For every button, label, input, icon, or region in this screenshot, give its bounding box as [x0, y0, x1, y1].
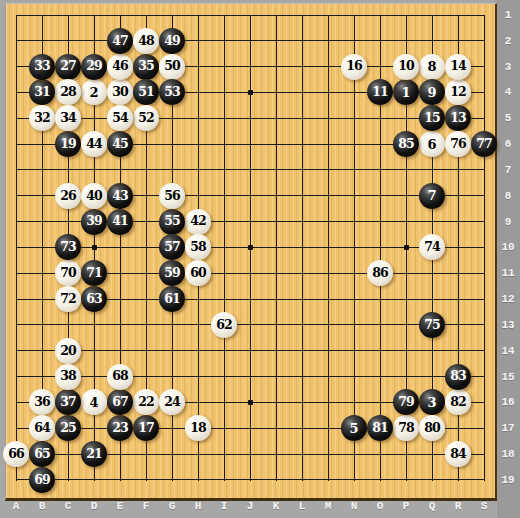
stone-move-68: 68 — [107, 364, 133, 390]
row-label-14: 14 — [497, 346, 519, 357]
move-number: 69 — [34, 474, 49, 487]
row-label-10: 10 — [497, 242, 519, 253]
move-number: 38 — [60, 370, 75, 383]
move-number: 52 — [138, 112, 153, 125]
move-number: 49 — [164, 35, 179, 48]
grid-line-horizontal — [16, 479, 485, 480]
column-label-E: E — [110, 501, 130, 512]
row-label-19: 19 — [497, 475, 519, 486]
row-label-8: 8 — [497, 191, 519, 202]
move-number: 79 — [398, 396, 413, 409]
move-number: 83 — [450, 370, 465, 383]
row-label-18: 18 — [497, 449, 519, 460]
move-number: 3 — [427, 396, 436, 409]
move-number: 24 — [164, 396, 179, 409]
column-label-N: N — [344, 501, 364, 512]
move-number: 10 — [398, 60, 413, 73]
stone-move-47: 47 — [107, 28, 133, 54]
move-number: 23 — [112, 422, 127, 435]
move-number: 28 — [60, 86, 75, 99]
grid-line-vertical — [354, 15, 355, 481]
stone-move-45: 45 — [107, 131, 133, 157]
move-number: 36 — [34, 396, 49, 409]
go-board-diagram: 1234567891011121314151617181920212223242… — [0, 0, 520, 518]
move-number: 50 — [164, 60, 179, 73]
move-number: 47 — [112, 35, 127, 48]
star-point — [248, 245, 253, 250]
grid-line-vertical — [328, 15, 329, 481]
row-label-4: 4 — [497, 87, 519, 98]
move-number: 65 — [34, 448, 49, 461]
move-number: 62 — [216, 319, 231, 332]
grid-line-horizontal — [16, 40, 485, 41]
move-number: 8 — [427, 60, 436, 73]
stone-move-85: 85 — [393, 131, 419, 157]
grid-line-horizontal — [16, 169, 485, 170]
row-label-7: 7 — [497, 165, 519, 176]
move-number: 51 — [138, 86, 153, 99]
row-label-2: 2 — [497, 36, 519, 47]
stone-move-46: 46 — [107, 54, 133, 80]
grid-line-vertical — [16, 15, 17, 481]
move-number: 39 — [86, 215, 101, 228]
row-label-3: 3 — [497, 62, 519, 73]
move-number: 54 — [112, 112, 127, 125]
move-number: 64 — [34, 422, 49, 435]
stone-move-14: 14 — [445, 54, 471, 80]
stone-move-63: 63 — [81, 286, 107, 312]
move-number: 43 — [112, 190, 127, 203]
grid-line-vertical — [484, 15, 485, 481]
grid-line-horizontal — [16, 350, 485, 351]
move-number: 16 — [346, 60, 361, 73]
move-number: 76 — [450, 138, 465, 151]
stone-move-8: 8 — [419, 54, 445, 80]
star-point — [92, 245, 97, 250]
move-number: 35 — [138, 60, 153, 73]
row-label-6: 6 — [497, 139, 519, 150]
move-number: 68 — [112, 370, 127, 383]
move-number: 40 — [86, 190, 101, 203]
move-number: 12 — [450, 86, 465, 99]
stone-move-33: 33 — [29, 54, 55, 80]
move-number: 53 — [164, 86, 179, 99]
column-label-J: J — [240, 501, 260, 512]
move-number: 56 — [164, 190, 179, 203]
move-number: 13 — [450, 112, 465, 125]
move-number: 55 — [164, 215, 179, 228]
stone-move-20: 20 — [55, 338, 81, 364]
move-number: 72 — [60, 293, 75, 306]
move-number: 45 — [112, 138, 127, 151]
stone-move-69: 69 — [29, 467, 55, 493]
stone-move-48: 48 — [133, 28, 159, 54]
stone-move-10: 10 — [393, 54, 419, 80]
stone-move-21: 21 — [81, 441, 107, 467]
move-number: 86 — [372, 267, 387, 280]
stone-move-49: 49 — [159, 28, 185, 54]
move-number: 59 — [164, 267, 179, 280]
row-label-5: 5 — [497, 113, 519, 124]
move-number: 71 — [86, 267, 101, 280]
move-number: 67 — [112, 396, 127, 409]
move-number: 60 — [190, 267, 205, 280]
move-number: 73 — [60, 241, 75, 254]
stone-move-56: 56 — [159, 183, 185, 209]
stone-move-38: 38 — [55, 364, 81, 390]
stone-move-50: 50 — [159, 54, 185, 80]
move-number: 75 — [424, 319, 439, 332]
move-number: 27 — [60, 60, 75, 73]
move-number: 22 — [138, 396, 153, 409]
stone-move-7: 7 — [419, 183, 445, 209]
stone-move-16: 16 — [341, 54, 367, 80]
row-label-11: 11 — [497, 268, 519, 279]
move-number: 31 — [34, 86, 49, 99]
stone-move-77: 77 — [471, 131, 497, 157]
column-label-I: I — [214, 501, 234, 512]
stone-move-44: 44 — [81, 131, 107, 157]
grid-line-vertical — [224, 15, 225, 481]
grid-line-horizontal — [16, 324, 485, 325]
column-label-M: M — [318, 501, 338, 512]
column-label-R: R — [448, 501, 468, 512]
move-number: 2 — [89, 86, 98, 99]
row-label-1: 1 — [497, 10, 519, 21]
column-label-B: B — [32, 501, 52, 512]
stone-move-26: 26 — [55, 183, 81, 209]
stone-move-27: 27 — [55, 54, 81, 80]
column-label-Q: Q — [422, 501, 442, 512]
move-number: 5 — [349, 422, 358, 435]
column-label-C: C — [58, 501, 78, 512]
move-number: 34 — [60, 112, 75, 125]
move-number: 48 — [138, 35, 153, 48]
move-number: 42 — [190, 215, 205, 228]
move-number: 6 — [427, 138, 436, 151]
column-label-H: H — [188, 501, 208, 512]
grid-line-vertical — [276, 15, 277, 481]
move-number: 19 — [60, 138, 75, 151]
stone-move-42: 42 — [185, 209, 211, 235]
grid-line-horizontal — [16, 15, 485, 16]
move-number: 15 — [424, 112, 439, 125]
move-number: 70 — [60, 267, 75, 280]
row-label-13: 13 — [497, 320, 519, 331]
move-number: 81 — [372, 422, 387, 435]
move-number: 57 — [164, 241, 179, 254]
column-label-G: G — [162, 501, 182, 512]
move-number: 41 — [112, 215, 127, 228]
move-number: 80 — [424, 422, 439, 435]
star-point — [248, 90, 253, 95]
move-number: 21 — [86, 448, 101, 461]
move-number: 58 — [190, 241, 205, 254]
stone-move-41: 41 — [107, 209, 133, 235]
row-label-15: 15 — [497, 372, 519, 383]
grid-line-horizontal — [16, 118, 485, 119]
move-number: 29 — [86, 60, 101, 73]
move-number: 44 — [86, 138, 101, 151]
column-label-O: O — [370, 501, 390, 512]
stone-move-66: 66 — [3, 441, 29, 467]
stone-move-6: 6 — [419, 131, 445, 157]
star-point — [248, 400, 253, 405]
stone-move-29: 29 — [81, 54, 107, 80]
stone-move-19: 19 — [55, 131, 81, 157]
stone-move-35: 35 — [133, 54, 159, 80]
move-number: 78 — [398, 422, 413, 435]
stone-move-61: 61 — [159, 286, 185, 312]
column-label-A: A — [6, 501, 26, 512]
stone-move-72: 72 — [55, 286, 81, 312]
move-number: 9 — [427, 86, 436, 99]
grid-line-vertical — [302, 15, 303, 481]
stone-move-39: 39 — [81, 209, 107, 235]
grid-line-horizontal — [16, 376, 485, 377]
move-number: 85 — [398, 138, 413, 151]
move-number: 4 — [89, 396, 98, 409]
stone-move-43: 43 — [107, 183, 133, 209]
move-number: 1 — [401, 86, 410, 99]
column-label-F: F — [136, 501, 156, 512]
move-number: 82 — [450, 396, 465, 409]
row-label-16: 16 — [497, 397, 519, 408]
row-label-strip — [497, 0, 520, 518]
stone-move-84: 84 — [445, 441, 471, 467]
stone-move-75: 75 — [419, 312, 445, 338]
column-label-D: D — [84, 501, 104, 512]
move-number: 25 — [60, 422, 75, 435]
move-number: 63 — [86, 293, 101, 306]
move-number: 77 — [476, 138, 491, 151]
stone-move-62: 62 — [211, 312, 237, 338]
move-number: 20 — [60, 345, 75, 358]
move-number: 32 — [34, 112, 49, 125]
stone-move-65: 65 — [29, 441, 55, 467]
stone-move-76: 76 — [445, 131, 471, 157]
move-number: 7 — [427, 189, 436, 202]
row-label-17: 17 — [497, 423, 519, 434]
stone-move-55: 55 — [159, 209, 185, 235]
move-number: 74 — [424, 241, 439, 254]
stone-move-40: 40 — [81, 183, 107, 209]
column-label-S: S — [474, 501, 494, 512]
move-number: 66 — [8, 448, 23, 461]
move-number: 14 — [450, 60, 465, 73]
move-number: 17 — [138, 422, 153, 435]
row-label-9: 9 — [497, 217, 519, 228]
row-label-12: 12 — [497, 294, 519, 305]
move-number: 46 — [112, 60, 127, 73]
column-label-P: P — [396, 501, 416, 512]
move-number: 30 — [112, 86, 127, 99]
star-point — [404, 245, 409, 250]
column-label-K: K — [266, 501, 286, 512]
move-number: 33 — [34, 60, 49, 73]
move-number: 26 — [60, 190, 75, 203]
move-number: 61 — [164, 293, 179, 306]
move-number: 37 — [60, 396, 75, 409]
move-number: 11 — [372, 86, 387, 99]
stone-move-83: 83 — [445, 364, 471, 390]
move-number: 84 — [450, 448, 465, 461]
move-number: 18 — [190, 422, 205, 435]
column-label-L: L — [292, 501, 312, 512]
